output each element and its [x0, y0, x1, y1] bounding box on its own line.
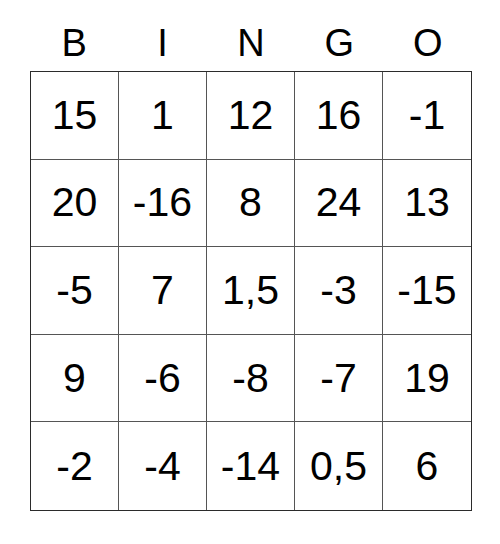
bingo-cell-r1c1: 15: [31, 72, 119, 160]
bingo-cell-r2c5: 13: [383, 160, 471, 248]
bingo-cell-r4c1: 9: [31, 335, 119, 423]
bingo-cell-r5c2: -4: [119, 422, 207, 510]
bingo-cell-r2c1: 20: [31, 160, 119, 248]
bingo-cell-r3c5: -15: [383, 247, 471, 335]
bingo-header-row: B I N G O: [30, 0, 472, 71]
bingo-cell-r1c5: -1: [383, 72, 471, 160]
header-letter-i: I: [157, 24, 168, 71]
bingo-cell-r5c5: 6: [383, 422, 471, 510]
bingo-cell-r4c4: -7: [295, 335, 383, 423]
bingo-cell-r1c3: 12: [207, 72, 295, 160]
bingo-cell-r4c2: -6: [119, 335, 207, 423]
bingo-cell-r5c1: -2: [31, 422, 119, 510]
bingo-cell-r2c2: -16: [119, 160, 207, 248]
bingo-cell-r2c3: 8: [207, 160, 295, 248]
header-letter-n: N: [237, 24, 264, 71]
bingo-cell-r3c2: 7: [119, 247, 207, 335]
bingo-cell-r4c3: -8: [207, 335, 295, 423]
header-letter-g: G: [325, 24, 355, 71]
bingo-cell-r1c4: 16: [295, 72, 383, 160]
bingo-cell-r2c4: 24: [295, 160, 383, 248]
bingo-cell-r3c4: -3: [295, 247, 383, 335]
header-letter-b: B: [62, 24, 87, 71]
bingo-cell-r3c1: -5: [31, 247, 119, 335]
bingo-cell-r3c3: 1,5: [207, 247, 295, 335]
bingo-cell-r4c5: 19: [383, 335, 471, 423]
bingo-cell-r5c3: -14: [207, 422, 295, 510]
bingo-cell-r5c4: 0,5: [295, 422, 383, 510]
bingo-cell-r1c2: 1: [119, 72, 207, 160]
bingo-card: B I N G O 15 1 12 16 -1 20 -16 8 24 13 -…: [0, 0, 500, 544]
header-letter-o: O: [413, 24, 443, 71]
bingo-grid: 15 1 12 16 -1 20 -16 8 24 13 -5 7 1,5 -3…: [30, 71, 472, 511]
